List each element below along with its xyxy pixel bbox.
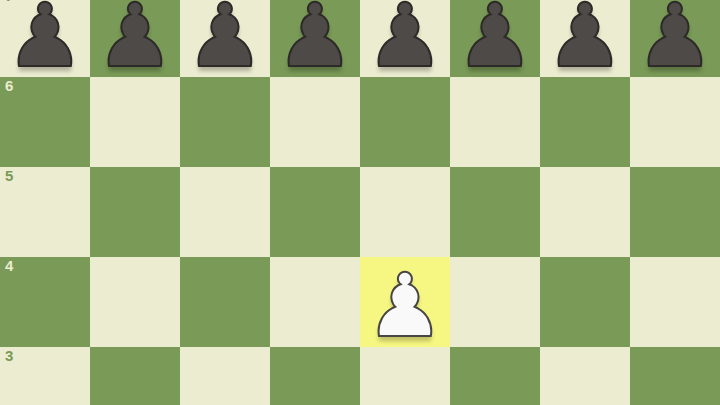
square-a5[interactable]: 5 xyxy=(0,167,90,257)
rank-label-5: 5 xyxy=(5,168,13,185)
square-c5[interactable] xyxy=(180,167,270,257)
chess-board: 8♜♞♝♛♚♝♞♜7♟♟♟♟♟♟♟♟654♟32♟♟♟♟♟♟♟1♜♞♝♛♚♝♞♜ xyxy=(0,0,720,405)
black-pawn[interactable]: ♟ xyxy=(636,0,715,81)
square-b6[interactable] xyxy=(90,77,180,167)
black-pawn[interactable]: ♟ xyxy=(366,0,445,81)
square-c6[interactable] xyxy=(180,77,270,167)
square-c3[interactable] xyxy=(180,347,270,405)
black-pawn[interactable]: ♟ xyxy=(276,0,355,81)
square-b7[interactable]: ♟ xyxy=(90,0,180,77)
square-a6[interactable]: 6 xyxy=(0,77,90,167)
chess-board-viewport: 8♜♞♝♛♚♝♞♜7♟♟♟♟♟♟♟♟654♟32♟♟♟♟♟♟♟1♜♞♝♛♚♝♞♜ xyxy=(0,0,720,405)
square-d5[interactable] xyxy=(270,167,360,257)
square-b5[interactable] xyxy=(90,167,180,257)
rank-label-6: 6 xyxy=(5,78,13,95)
square-f4[interactable] xyxy=(450,257,540,347)
square-d6[interactable] xyxy=(270,77,360,167)
square-e3[interactable] xyxy=(360,347,450,405)
square-f7[interactable]: ♟ xyxy=(450,0,540,77)
square-e5[interactable] xyxy=(360,167,450,257)
square-e7[interactable]: ♟ xyxy=(360,0,450,77)
square-g7[interactable]: ♟ xyxy=(540,0,630,77)
square-a7[interactable]: 7♟ xyxy=(0,0,90,77)
white-pawn[interactable]: ♟ xyxy=(366,261,445,351)
black-pawn[interactable]: ♟ xyxy=(456,0,535,81)
square-e6[interactable] xyxy=(360,77,450,167)
square-d3[interactable] xyxy=(270,347,360,405)
black-pawn[interactable]: ♟ xyxy=(186,0,265,81)
square-h7[interactable]: ♟ xyxy=(630,0,720,77)
square-g5[interactable] xyxy=(540,167,630,257)
square-h4[interactable] xyxy=(630,257,720,347)
square-b4[interactable] xyxy=(90,257,180,347)
square-a4[interactable]: 4 xyxy=(0,257,90,347)
square-f5[interactable] xyxy=(450,167,540,257)
square-b3[interactable] xyxy=(90,347,180,405)
square-g4[interactable] xyxy=(540,257,630,347)
square-a3[interactable]: 3 xyxy=(0,347,90,405)
square-d7[interactable]: ♟ xyxy=(270,0,360,77)
square-f3[interactable] xyxy=(450,347,540,405)
rank-label-4: 4 xyxy=(5,258,13,275)
square-f6[interactable] xyxy=(450,77,540,167)
square-h5[interactable] xyxy=(630,167,720,257)
black-pawn[interactable]: ♟ xyxy=(96,0,175,81)
square-h6[interactable] xyxy=(630,77,720,167)
rank-label-3: 3 xyxy=(5,348,13,365)
square-d4[interactable] xyxy=(270,257,360,347)
black-pawn[interactable]: ♟ xyxy=(546,0,625,81)
square-e4[interactable]: ♟ xyxy=(360,257,450,347)
black-pawn[interactable]: ♟ xyxy=(6,0,85,81)
square-g6[interactable] xyxy=(540,77,630,167)
square-h3[interactable] xyxy=(630,347,720,405)
square-c7[interactable]: ♟ xyxy=(180,0,270,77)
square-g3[interactable] xyxy=(540,347,630,405)
square-c4[interactable] xyxy=(180,257,270,347)
